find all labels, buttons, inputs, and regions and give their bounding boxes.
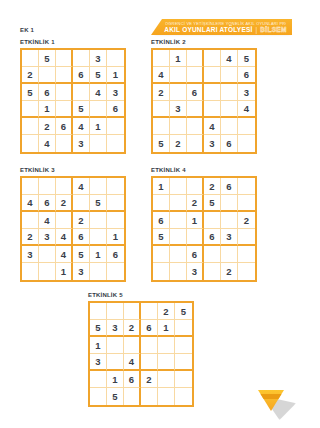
sudoku-cell-r6c4: [204, 263, 221, 280]
puzzle-etkinlik-2: ETKİNLİK 2 145462633445236: [151, 39, 257, 154]
sudoku-cell-r1c6: [238, 178, 255, 195]
puzzle-title: ETKİNLİK 1: [20, 39, 126, 45]
sudoku-cell-r6c2: [39, 263, 56, 280]
sudoku-cell-r1c2: 5: [39, 50, 56, 67]
sudoku-cell-r5c4: 4: [204, 118, 221, 135]
sudoku-cell-r2c6: [175, 320, 192, 337]
sudoku-cell-r1c6: [107, 50, 124, 67]
sudoku-cell-r3c4: [73, 84, 90, 101]
sudoku-cell-r3c6: [107, 212, 124, 229]
sudoku-cell-r5c2: [170, 246, 187, 263]
sudoku-cell-r1c1: [22, 50, 39, 67]
sudoku-cell-r5c3: 6: [187, 246, 204, 263]
sudoku-cell-r2c5: [221, 67, 238, 84]
sudoku-cell-r1c1: [90, 303, 107, 320]
sudoku-cell-r1c3: [187, 50, 204, 67]
sudoku-cell-r3c1: 6: [153, 212, 170, 229]
sudoku-cell-r1c5: 4: [221, 50, 238, 67]
sudoku-cell-r2c3: 2: [56, 195, 73, 212]
sudoku-cell-r2c4: [73, 195, 90, 212]
sudoku-cell-r4c4: [141, 354, 158, 371]
banner-badge: BİLSEM: [260, 26, 286, 34]
sudoku-cell-r4c5: [158, 354, 175, 371]
sudoku-cell-r2c6: [107, 195, 124, 212]
appendix-label: EK 1: [20, 27, 34, 33]
sudoku-cell-r6c4: [141, 388, 158, 405]
sudoku-cell-r6c6: [238, 135, 255, 152]
sudoku-cell-r5c1: 3: [22, 246, 39, 263]
sudoku-cell-r5c5: 1: [90, 118, 107, 135]
sudoku-cell-r4c3: [187, 229, 204, 246]
sudoku-cell-r3c1: 5: [22, 84, 39, 101]
sudoku-cell-r3c3: [56, 84, 73, 101]
sudoku-cell-r6c1: [153, 263, 170, 280]
sudoku-cell-r3c5: [221, 84, 238, 101]
sudoku-cell-r4c3: 4: [56, 229, 73, 246]
sudoku-cell-r4c1: 5: [153, 229, 170, 246]
sudoku-cell-r1c3: [124, 303, 141, 320]
sudoku-cell-r5c2: 1: [107, 371, 124, 388]
sudoku-cell-r5c5: [221, 246, 238, 263]
sudoku-cell-r6c5: [90, 263, 107, 280]
sudoku-cell-r6c4: 3: [73, 135, 90, 152]
sudoku-cell-r5c5: [221, 118, 238, 135]
sudoku-cell-r6c6: [107, 263, 124, 280]
sudoku-cell-r4c5: [221, 101, 238, 118]
sudoku-cell-r6c1: [22, 135, 39, 152]
sudoku-cell-r5c3: 6: [124, 371, 141, 388]
header-banner: ÖĞRENCİ VE YETİŞKİNLERE YÖNELİK AKIL OYU…: [151, 19, 292, 35]
banner-title: AKIL OYUNLARI ATÖLYESİ: [164, 26, 252, 34]
sudoku-cell-r4c5: 3: [221, 229, 238, 246]
sudoku-cell-r6c1: [22, 263, 39, 280]
sudoku-cell-r5c3: [187, 118, 204, 135]
sudoku-cell-r6c6: [238, 263, 255, 280]
sudoku-cell-r2c4: 6: [141, 320, 158, 337]
sudoku-cell-r4c5: [90, 229, 107, 246]
sudoku-cell-r4c5: [90, 101, 107, 118]
sudoku-cell-r2c2: [170, 195, 187, 212]
sudoku-cell-r3c1: 1: [90, 337, 107, 354]
sudoku-cell-r3c2: [107, 337, 124, 354]
sudoku-cell-r4c6: [238, 229, 255, 246]
sudoku-cell-r2c4: 5: [204, 195, 221, 212]
sudoku-cell-r1c1: [153, 50, 170, 67]
sudoku-cell-r4c2: 1: [39, 101, 56, 118]
sudoku-cell-r2c1: 4: [22, 195, 39, 212]
puzzle-title: ETKİNLİK 3: [20, 167, 126, 173]
sudoku-cell-r2c4: 6: [73, 67, 90, 84]
sudoku-cell-r5c6: [238, 246, 255, 263]
sudoku-cell-r1c1: 1: [153, 178, 170, 195]
sudoku-cell-r1c4: [73, 50, 90, 67]
sudoku-cell-r1c3: [56, 50, 73, 67]
sudoku-cell-r5c1: [22, 118, 39, 135]
sudoku-board-2: 145462633445236: [151, 48, 257, 154]
sudoku-cell-r5c3: 6: [56, 118, 73, 135]
sudoku-cell-r5c1: [153, 118, 170, 135]
sudoku-cell-r1c4: 4: [73, 178, 90, 195]
sudoku-cell-r5c2: [39, 246, 56, 263]
sudoku-cell-r2c2: [39, 67, 56, 84]
sudoku-cell-r3c1: 2: [153, 84, 170, 101]
sudoku-cell-r6c4: 3: [204, 135, 221, 152]
sudoku-cell-r4c1: 3: [90, 354, 107, 371]
sudoku-cell-r2c4: [204, 67, 221, 84]
sudoku-cell-r3c6: [175, 337, 192, 354]
sudoku-cell-r5c4: [204, 246, 221, 263]
sudoku-cell-r3c3: [124, 337, 141, 354]
sudoku-cell-r5c3: 4: [56, 246, 73, 263]
sudoku-cell-r6c5: [158, 388, 175, 405]
sudoku-cell-r1c2: [107, 303, 124, 320]
puzzle-etkinlik-3: ETKİNLİK 3 4462542234613451613: [20, 167, 126, 282]
sudoku-cell-r3c6: 3: [107, 84, 124, 101]
sudoku-board-4: 12625612563632: [151, 176, 257, 282]
sudoku-cell-r5c6: 6: [107, 246, 124, 263]
sudoku-cell-r5c6: [175, 371, 192, 388]
sudoku-cell-r3c3: 1: [187, 212, 204, 229]
sudoku-cell-r3c4: [141, 337, 158, 354]
sudoku-cell-r2c5: 1: [158, 320, 175, 337]
sudoku-cell-r3c1: [22, 212, 39, 229]
puzzle-title: ETKİNLİK 4: [151, 167, 257, 173]
sudoku-cell-r6c2: 5: [107, 388, 124, 405]
sudoku-cell-r6c2: 4: [39, 135, 56, 152]
sudoku-cell-r3c2: 6: [39, 84, 56, 101]
sudoku-cell-r4c4: [204, 101, 221, 118]
puzzle-etkinlik-5: ETKİNLİK 5 25532611341625: [88, 292, 194, 407]
sudoku-cell-r4c1: [153, 101, 170, 118]
sudoku-cell-r5c4: 4: [73, 118, 90, 135]
sudoku-cell-r3c3: 6: [187, 84, 204, 101]
sudoku-cell-r2c3: [187, 67, 204, 84]
sudoku-cell-r6c2: [170, 263, 187, 280]
sudoku-cell-r2c3: 2: [124, 320, 141, 337]
sudoku-cell-r2c6: 1: [107, 67, 124, 84]
sudoku-cell-r6c3: 1: [56, 263, 73, 280]
sudoku-cell-r6c1: 5: [153, 135, 170, 152]
sudoku-cell-r4c2: 3: [39, 229, 56, 246]
sudoku-cell-r2c5: 5: [90, 195, 107, 212]
sudoku-cell-r6c5: [90, 135, 107, 152]
sudoku-cell-r2c6: [238, 195, 255, 212]
puzzle-title: ETKİNLİK 2: [151, 39, 257, 45]
sudoku-cell-r1c2: [170, 178, 187, 195]
sudoku-board-5: 25532611341625: [88, 301, 194, 407]
sudoku-cell-r4c1: 2: [22, 229, 39, 246]
page-corner-band: [258, 394, 284, 399]
sudoku-cell-r2c3: 2: [187, 195, 204, 212]
sudoku-cell-r4c6: 4: [238, 101, 255, 118]
sudoku-board-1: 5326515643156264143: [20, 48, 126, 154]
sudoku-cell-r6c3: 3: [187, 263, 204, 280]
sudoku-cell-r4c3: [187, 101, 204, 118]
puzzle-etkinlik-4: ETKİNLİK 4 12625612563632: [151, 167, 257, 282]
sudoku-cell-r6c5: 6: [221, 135, 238, 152]
sudoku-cell-r4c6: 6: [107, 101, 124, 118]
sudoku-cell-r5c1: [90, 371, 107, 388]
sudoku-cell-r1c5: [90, 178, 107, 195]
sudoku-cell-r5c4: 2: [141, 371, 158, 388]
sudoku-cell-r1c3: [187, 178, 204, 195]
sudoku-cell-r1c6: 5: [175, 303, 192, 320]
sudoku-cell-r6c3: [124, 388, 141, 405]
sudoku-cell-r3c5: [158, 337, 175, 354]
sudoku-cell-r3c5: [221, 212, 238, 229]
sudoku-cell-r1c5: 3: [90, 50, 107, 67]
sudoku-cell-r1c6: [107, 178, 124, 195]
sudoku-cell-r1c4: [204, 50, 221, 67]
sudoku-cell-r5c1: [153, 246, 170, 263]
sudoku-cell-r2c6: 6: [238, 67, 255, 84]
sudoku-cell-r6c3: [187, 135, 204, 152]
sudoku-cell-r4c6: [175, 354, 192, 371]
sudoku-cell-r5c6: [107, 118, 124, 135]
puzzle-title: ETKİNLİK 5: [88, 292, 194, 298]
sudoku-cell-r2c1: 2: [22, 67, 39, 84]
sudoku-cell-r2c1: 4: [153, 67, 170, 84]
sudoku-cell-r3c4: 2: [73, 212, 90, 229]
sudoku-cell-r3c2: 4: [39, 212, 56, 229]
sudoku-cell-r3c4: [204, 84, 221, 101]
sudoku-cell-r5c5: [158, 371, 175, 388]
sudoku-cell-r3c6: 3: [238, 84, 255, 101]
sudoku-cell-r5c2: 2: [39, 118, 56, 135]
sudoku-cell-r1c4: 2: [204, 178, 221, 195]
sudoku-cell-r6c3: [56, 135, 73, 152]
sudoku-cell-r3c4: [204, 212, 221, 229]
sudoku-cell-r2c2: 3: [107, 320, 124, 337]
sudoku-cell-r1c5: 2: [158, 303, 175, 320]
sudoku-cell-r4c4: 6: [204, 229, 221, 246]
puzzle-etkinlik-1: ETKİNLİK 1 5326515643156264143: [20, 39, 126, 154]
sudoku-cell-r1c3: [56, 178, 73, 195]
sudoku-cell-r6c1: [90, 388, 107, 405]
sudoku-cell-r4c2: [170, 229, 187, 246]
sudoku-cell-r6c5: 2: [221, 263, 238, 280]
sudoku-cell-r1c2: [39, 178, 56, 195]
sudoku-cell-r3c2: [170, 84, 187, 101]
sudoku-cell-r1c5: 6: [221, 178, 238, 195]
sudoku-cell-r1c2: 1: [170, 50, 187, 67]
sudoku-cell-r5c6: [238, 118, 255, 135]
sudoku-cell-r6c4: 3: [73, 263, 90, 280]
sudoku-cell-r4c4: 6: [73, 229, 90, 246]
sudoku-cell-r6c6: [175, 388, 192, 405]
sudoku-cell-r1c1: [22, 178, 39, 195]
sudoku-cell-r3c5: 4: [90, 84, 107, 101]
sudoku-cell-r2c1: 5: [90, 320, 107, 337]
sudoku-cell-r3c3: [56, 212, 73, 229]
sudoku-cell-r4c2: [107, 354, 124, 371]
sudoku-cell-r3c5: [90, 212, 107, 229]
sudoku-cell-r5c5: 1: [90, 246, 107, 263]
sudoku-cell-r5c4: 5: [73, 246, 90, 263]
sudoku-cell-r2c5: [221, 195, 238, 212]
sudoku-cell-r5c2: [170, 118, 187, 135]
sudoku-cell-r2c2: 6: [39, 195, 56, 212]
sudoku-cell-r1c6: 5: [238, 50, 255, 67]
sudoku-cell-r6c6: [107, 135, 124, 152]
sudoku-cell-r4c6: 1: [107, 229, 124, 246]
sudoku-cell-r3c2: [170, 212, 187, 229]
sudoku-cell-r2c1: [153, 195, 170, 212]
sudoku-cell-r4c4: 5: [73, 101, 90, 118]
sudoku-board-3: 4462542234613451613: [20, 176, 126, 282]
sudoku-cell-r3c6: 2: [238, 212, 255, 229]
sudoku-cell-r2c3: [56, 67, 73, 84]
sudoku-cell-r1c4: [141, 303, 158, 320]
sudoku-cell-r4c3: 4: [124, 354, 141, 371]
sudoku-cell-r4c1: [22, 101, 39, 118]
sudoku-cell-r2c2: [170, 67, 187, 84]
banner-separator: |: [255, 26, 257, 34]
sudoku-cell-r4c2: 3: [170, 101, 187, 118]
sudoku-cell-r6c2: 2: [170, 135, 187, 152]
sudoku-cell-r4c3: [56, 101, 73, 118]
sudoku-cell-r2c5: 5: [90, 67, 107, 84]
